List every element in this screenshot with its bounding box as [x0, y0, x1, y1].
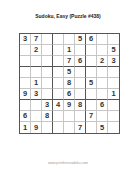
cell-r3c8: 2 [97, 56, 108, 67]
cell-r5c5: 8 [64, 78, 75, 89]
cell-r5c6 [75, 78, 86, 89]
cell-r6c3 [42, 89, 53, 100]
cell-r1c9 [108, 34, 119, 45]
cell-r6c9: 1 [108, 89, 119, 100]
cell-r5c3 [42, 78, 53, 89]
cell-r4c9 [108, 67, 119, 78]
cell-r8c8 [97, 111, 108, 122]
cell-r4c1 [20, 67, 31, 78]
cell-r7c6: 8 [75, 100, 86, 111]
cell-r7c5: 9 [64, 100, 75, 111]
cell-r8c4 [53, 111, 64, 122]
cell-r4c8 [97, 67, 108, 78]
cell-r1c4 [53, 34, 64, 45]
cell-r3c7 [86, 56, 97, 67]
cell-r6c8 [97, 89, 108, 100]
footer-url: www.printfreesudoku.com [0, 161, 136, 165]
cell-r3c3 [42, 56, 53, 67]
cell-r1c7: 6 [86, 34, 97, 45]
cell-r3c1 [20, 56, 31, 67]
cell-r2c3 [42, 45, 53, 56]
cell-r4c4 [53, 67, 64, 78]
cell-r3c9: 3 [108, 56, 119, 67]
cell-r7c2 [31, 100, 42, 111]
cell-r5c4 [53, 78, 64, 89]
cell-r7c1 [20, 100, 31, 111]
cell-r5c7: 5 [86, 78, 97, 89]
cell-r4c3 [42, 67, 53, 78]
cell-r6c4 [53, 89, 64, 100]
cell-r5c9 [108, 78, 119, 89]
cell-r9c4 [53, 122, 64, 133]
cell-r2c4 [53, 45, 64, 56]
cell-r9c3 [42, 122, 53, 133]
cell-r7c8: 6 [97, 100, 108, 111]
cell-r2c8 [97, 45, 108, 56]
cell-r8c2 [31, 111, 42, 122]
cell-r8c1: 6 [20, 111, 31, 122]
cell-r1c3 [42, 34, 53, 45]
sudoku-board: 3756215762351859361349866871975 [19, 33, 120, 134]
cell-r6c1: 9 [20, 89, 31, 100]
cell-r1c6: 5 [75, 34, 86, 45]
cell-r1c2: 7 [31, 34, 42, 45]
cell-r3c4 [53, 56, 64, 67]
cell-r2c7 [86, 45, 97, 56]
cell-r7c7 [86, 100, 97, 111]
cell-r4c2 [31, 67, 42, 78]
cell-r2c6 [75, 45, 86, 56]
cell-r5c8 [97, 78, 108, 89]
cell-r6c5: 6 [64, 89, 75, 100]
cell-r3c2 [31, 56, 42, 67]
cell-r8c3: 8 [42, 111, 53, 122]
cell-r1c5 [64, 34, 75, 45]
cell-r2c5: 1 [64, 45, 75, 56]
cell-r9c6: 7 [75, 122, 86, 133]
cell-r9c5 [64, 122, 75, 133]
cell-r8c9 [108, 111, 119, 122]
cell-r8c5 [64, 111, 75, 122]
cell-r1c8 [97, 34, 108, 45]
cell-r8c6 [75, 111, 86, 122]
cell-r6c7 [86, 89, 97, 100]
cell-r5c1 [20, 78, 31, 89]
cell-r2c1 [20, 45, 31, 56]
cell-r9c9 [108, 122, 119, 133]
cell-r6c2: 3 [31, 89, 42, 100]
cell-r2c2: 2 [31, 45, 42, 56]
cell-r7c4: 4 [53, 100, 64, 111]
cell-r7c3: 3 [42, 100, 53, 111]
cell-r4c7 [86, 67, 97, 78]
cell-r1c1: 3 [20, 34, 31, 45]
cell-r5c2: 1 [31, 78, 42, 89]
cell-r4c5: 5 [64, 67, 75, 78]
cell-r3c6: 6 [75, 56, 86, 67]
cell-r9c1: 1 [20, 122, 31, 133]
cell-r2c9: 5 [108, 45, 119, 56]
cell-r9c8: 5 [97, 122, 108, 133]
page-title: Sudoku, Easy (Puzzle #438) [0, 13, 136, 19]
cell-r9c2: 9 [31, 122, 42, 133]
cell-r3c5: 7 [64, 56, 75, 67]
cell-r8c7: 7 [86, 111, 97, 122]
cell-r4c6 [75, 67, 86, 78]
cell-r7c9 [108, 100, 119, 111]
cell-r6c6 [75, 89, 86, 100]
cell-r9c7 [86, 122, 97, 133]
